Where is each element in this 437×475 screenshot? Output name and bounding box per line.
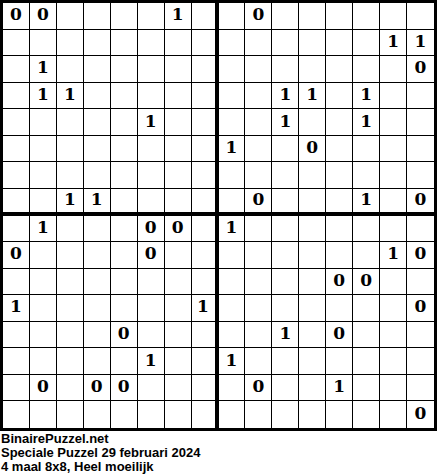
cell-r8c3: 1 bbox=[57, 189, 84, 216]
cell-r10c9[interactable] bbox=[219, 242, 246, 269]
cell-r6c11[interactable] bbox=[272, 136, 299, 163]
cell-r3c12[interactable] bbox=[299, 56, 326, 83]
cell-r13c6[interactable] bbox=[138, 322, 165, 349]
cell-r10c14[interactable] bbox=[353, 242, 380, 269]
cell-r10c11[interactable] bbox=[272, 242, 299, 269]
cell-r10c7[interactable] bbox=[165, 242, 192, 269]
cell-r3c3[interactable] bbox=[57, 56, 84, 83]
cell-r12c2[interactable] bbox=[30, 295, 57, 322]
cell-r10c8[interactable] bbox=[192, 242, 219, 269]
cell-r5c11: 1 bbox=[272, 109, 299, 136]
cell-r1c15[interactable] bbox=[380, 3, 407, 30]
cell-r7c16[interactable] bbox=[407, 162, 434, 189]
site-name: BinairePuzzel.net bbox=[1, 432, 437, 446]
cell-r14c16[interactable] bbox=[407, 348, 434, 375]
puzzle-page: 0010111011111111101101010010010001100101… bbox=[0, 0, 437, 475]
cell-r12c6[interactable] bbox=[138, 295, 165, 322]
cell-r13c15[interactable] bbox=[380, 322, 407, 349]
cell-r6c3[interactable] bbox=[57, 136, 84, 163]
cell-r2c1[interactable] bbox=[3, 30, 30, 57]
cell-r6c1[interactable] bbox=[3, 136, 30, 163]
cell-r12c4[interactable] bbox=[84, 295, 111, 322]
cell-r6c14[interactable] bbox=[353, 136, 380, 163]
cell-r7c13[interactable] bbox=[326, 162, 353, 189]
cell-r5c8[interactable] bbox=[192, 109, 219, 136]
cell-r6c8[interactable] bbox=[192, 136, 219, 163]
cell-r3c11[interactable] bbox=[272, 56, 299, 83]
footer: BinairePuzzel.net Speciale Puzzel 29 feb… bbox=[0, 431, 437, 474]
cell-r11c1[interactable] bbox=[3, 269, 30, 296]
cell-r7c8[interactable] bbox=[192, 162, 219, 189]
cell-r2c11[interactable] bbox=[272, 30, 299, 57]
cell-r12c3[interactable] bbox=[57, 295, 84, 322]
cell-r1c10: 0 bbox=[245, 3, 272, 30]
cell-r16c1[interactable] bbox=[3, 401, 30, 428]
cell-r8c5[interactable] bbox=[111, 189, 138, 216]
cell-r1c7: 1 bbox=[165, 3, 192, 30]
cell-r13c4[interactable] bbox=[84, 322, 111, 349]
cell-r5c13[interactable] bbox=[326, 109, 353, 136]
cell-r8c1[interactable] bbox=[3, 189, 30, 216]
cell-r7c7[interactable] bbox=[165, 162, 192, 189]
cell-r14c8[interactable] bbox=[192, 348, 219, 375]
cell-r15c3[interactable] bbox=[57, 375, 84, 402]
cell-r4c5[interactable] bbox=[111, 83, 138, 110]
cell-r15c6[interactable] bbox=[138, 375, 165, 402]
cell-r8c9[interactable] bbox=[219, 189, 246, 216]
cell-r4c6[interactable] bbox=[138, 83, 165, 110]
cell-r14c4[interactable] bbox=[84, 348, 111, 375]
cell-r2c12[interactable] bbox=[299, 30, 326, 57]
cell-r16c12[interactable] bbox=[299, 401, 326, 428]
cell-r11c13: 0 bbox=[326, 269, 353, 296]
cell-r6c7[interactable] bbox=[165, 136, 192, 163]
cell-r2c4[interactable] bbox=[84, 30, 111, 57]
cell-r1c3[interactable] bbox=[57, 3, 84, 30]
cell-r12c11[interactable] bbox=[272, 295, 299, 322]
cell-r14c11[interactable] bbox=[272, 348, 299, 375]
cell-r2c9[interactable] bbox=[219, 30, 246, 57]
cell-r9c15[interactable] bbox=[380, 216, 407, 243]
cell-r12c5[interactable] bbox=[111, 295, 138, 322]
cell-r9c16[interactable] bbox=[407, 216, 434, 243]
cell-r1c11[interactable] bbox=[272, 3, 299, 30]
cell-r12c12[interactable] bbox=[299, 295, 326, 322]
cell-r14c14[interactable] bbox=[353, 348, 380, 375]
cell-r8c14: 1 bbox=[353, 189, 380, 216]
cell-r15c14[interactable] bbox=[353, 375, 380, 402]
cell-r1c13[interactable] bbox=[326, 3, 353, 30]
cell-r16c5[interactable] bbox=[111, 401, 138, 428]
cell-r11c14: 0 bbox=[353, 269, 380, 296]
cell-r8c10: 0 bbox=[245, 189, 272, 216]
cell-r15c12[interactable] bbox=[299, 375, 326, 402]
cell-r2c5[interactable] bbox=[111, 30, 138, 57]
cell-r5c2[interactable] bbox=[30, 109, 57, 136]
cell-r8c2[interactable] bbox=[30, 189, 57, 216]
cell-r3c16: 0 bbox=[407, 56, 434, 83]
cell-r12c13[interactable] bbox=[326, 295, 353, 322]
cell-r10c12[interactable] bbox=[299, 242, 326, 269]
cell-r9c2: 1 bbox=[30, 216, 57, 243]
cell-r6c4[interactable] bbox=[84, 136, 111, 163]
cell-r10c13[interactable] bbox=[326, 242, 353, 269]
cell-r13c14[interactable] bbox=[353, 322, 380, 349]
cell-r5c3[interactable] bbox=[57, 109, 84, 136]
cell-r2c15: 1 bbox=[380, 30, 407, 57]
cell-r5c16[interactable] bbox=[407, 109, 434, 136]
cell-r9c10[interactable] bbox=[245, 216, 272, 243]
cell-r1c1: 0 bbox=[3, 3, 30, 30]
cell-r5c10[interactable] bbox=[245, 109, 272, 136]
cell-r10c3[interactable] bbox=[57, 242, 84, 269]
cell-r9c8[interactable] bbox=[192, 216, 219, 243]
cell-r14c1[interactable] bbox=[3, 348, 30, 375]
cell-r15c9[interactable] bbox=[219, 375, 246, 402]
cell-r16c9[interactable] bbox=[219, 401, 246, 428]
cell-r13c8[interactable] bbox=[192, 322, 219, 349]
cell-r8c16: 0 bbox=[407, 189, 434, 216]
cell-r14c12[interactable] bbox=[299, 348, 326, 375]
cell-r3c8[interactable] bbox=[192, 56, 219, 83]
cell-r13c1[interactable] bbox=[3, 322, 30, 349]
cell-r11c11[interactable] bbox=[272, 269, 299, 296]
cell-r13c3[interactable] bbox=[57, 322, 84, 349]
cell-r11c6[interactable] bbox=[138, 269, 165, 296]
cell-r15c10: 0 bbox=[245, 375, 272, 402]
cell-r7c11[interactable] bbox=[272, 162, 299, 189]
cell-r3c2: 1 bbox=[30, 56, 57, 83]
cell-r11c16[interactable] bbox=[407, 269, 434, 296]
cell-r12c10[interactable] bbox=[245, 295, 272, 322]
cell-r10c1: 0 bbox=[3, 242, 30, 269]
cell-r7c4[interactable] bbox=[84, 162, 111, 189]
cell-r7c2[interactable] bbox=[30, 162, 57, 189]
cell-r7c5[interactable] bbox=[111, 162, 138, 189]
cell-r16c10[interactable] bbox=[245, 401, 272, 428]
cell-r1c5[interactable] bbox=[111, 3, 138, 30]
cell-r3c4[interactable] bbox=[84, 56, 111, 83]
cell-r12c1: 1 bbox=[3, 295, 30, 322]
cell-r16c16: 0 bbox=[407, 401, 434, 428]
cell-r4c13[interactable] bbox=[326, 83, 353, 110]
cell-r6c12: 0 bbox=[299, 136, 326, 163]
cell-r6c10[interactable] bbox=[245, 136, 272, 163]
cell-r4c16[interactable] bbox=[407, 83, 434, 110]
cell-r7c10[interactable] bbox=[245, 162, 272, 189]
cell-r3c13[interactable] bbox=[326, 56, 353, 83]
cell-r12c16: 0 bbox=[407, 295, 434, 322]
cell-r1c8[interactable] bbox=[192, 3, 219, 30]
cell-r2c3[interactable] bbox=[57, 30, 84, 57]
cell-r3c10[interactable] bbox=[245, 56, 272, 83]
cell-r8c8[interactable] bbox=[192, 189, 219, 216]
cell-r1c14[interactable] bbox=[353, 3, 380, 30]
cell-r10c16: 0 bbox=[407, 242, 434, 269]
cell-r5c14: 1 bbox=[353, 109, 380, 136]
cell-r9c11[interactable] bbox=[272, 216, 299, 243]
cell-r1c4[interactable] bbox=[84, 3, 111, 30]
cell-r9c14[interactable] bbox=[353, 216, 380, 243]
cell-r5c4[interactable] bbox=[84, 109, 111, 136]
cell-r4c14: 1 bbox=[353, 83, 380, 110]
cell-r15c8[interactable] bbox=[192, 375, 219, 402]
cell-r6c16[interactable] bbox=[407, 136, 434, 163]
cell-r8c13[interactable] bbox=[326, 189, 353, 216]
puzzle-board: 0010111011111111101101010010010001100101… bbox=[0, 0, 437, 431]
cell-r4c7[interactable] bbox=[165, 83, 192, 110]
cell-r3c14[interactable] bbox=[353, 56, 380, 83]
cell-r13c11: 1 bbox=[272, 322, 299, 349]
cell-r1c2: 0 bbox=[30, 3, 57, 30]
cell-r12c9[interactable] bbox=[219, 295, 246, 322]
cell-r6c13[interactable] bbox=[326, 136, 353, 163]
cell-r13c2[interactable] bbox=[30, 322, 57, 349]
cell-r12c15[interactable] bbox=[380, 295, 407, 322]
cell-r7c3[interactable] bbox=[57, 162, 84, 189]
puzzle-difficulty: 4 maal 8x8, Heel moeilijk bbox=[1, 460, 437, 474]
cell-r13c7[interactable] bbox=[165, 322, 192, 349]
cell-r15c5: 0 bbox=[111, 375, 138, 402]
cell-r6c9: 1 bbox=[219, 136, 246, 163]
cell-r3c6[interactable] bbox=[138, 56, 165, 83]
cell-r11c12[interactable] bbox=[299, 269, 326, 296]
cell-r13c10[interactable] bbox=[245, 322, 272, 349]
cell-r7c15[interactable] bbox=[380, 162, 407, 189]
cell-r8c15[interactable] bbox=[380, 189, 407, 216]
cell-r16c2[interactable] bbox=[30, 401, 57, 428]
cell-r2c7[interactable] bbox=[165, 30, 192, 57]
cell-r5c5[interactable] bbox=[111, 109, 138, 136]
cell-r14c2[interactable] bbox=[30, 348, 57, 375]
cell-r15c15[interactable] bbox=[380, 375, 407, 402]
cell-r7c9[interactable] bbox=[219, 162, 246, 189]
cell-r16c7[interactable] bbox=[165, 401, 192, 428]
cell-r8c7[interactable] bbox=[165, 189, 192, 216]
cell-r14c5[interactable] bbox=[111, 348, 138, 375]
puzzle-title: Speciale Puzzel 29 februari 2024 bbox=[1, 446, 437, 460]
cell-r16c3[interactable] bbox=[57, 401, 84, 428]
cell-r14c3[interactable] bbox=[57, 348, 84, 375]
cell-r4c10[interactable] bbox=[245, 83, 272, 110]
cell-r15c16[interactable] bbox=[407, 375, 434, 402]
cell-r11c4[interactable] bbox=[84, 269, 111, 296]
cell-r2c13[interactable] bbox=[326, 30, 353, 57]
cell-r4c15[interactable] bbox=[380, 83, 407, 110]
cell-r10c15: 1 bbox=[380, 242, 407, 269]
cell-r4c11: 1 bbox=[272, 83, 299, 110]
cell-r5c6: 1 bbox=[138, 109, 165, 136]
cell-r14c6: 1 bbox=[138, 348, 165, 375]
cell-r1c16[interactable] bbox=[407, 3, 434, 30]
cell-r16c14[interactable] bbox=[353, 401, 380, 428]
cell-r11c7[interactable] bbox=[165, 269, 192, 296]
cell-r16c4[interactable] bbox=[84, 401, 111, 428]
cell-r14c15[interactable] bbox=[380, 348, 407, 375]
cell-r7c12[interactable] bbox=[299, 162, 326, 189]
cell-r13c9[interactable] bbox=[219, 322, 246, 349]
cell-r9c5[interactable] bbox=[111, 216, 138, 243]
cell-r9c3[interactable] bbox=[57, 216, 84, 243]
cell-r13c5: 0 bbox=[111, 322, 138, 349]
cell-r2c8[interactable] bbox=[192, 30, 219, 57]
cell-r1c6[interactable] bbox=[138, 3, 165, 30]
cell-r3c5[interactable] bbox=[111, 56, 138, 83]
cell-r7c14[interactable] bbox=[353, 162, 380, 189]
cell-r10c4[interactable] bbox=[84, 242, 111, 269]
cell-r8c11[interactable] bbox=[272, 189, 299, 216]
cell-r11c5[interactable] bbox=[111, 269, 138, 296]
cell-r9c7: 0 bbox=[165, 216, 192, 243]
cell-r3c1[interactable] bbox=[3, 56, 30, 83]
cell-r10c10[interactable] bbox=[245, 242, 272, 269]
cell-r4c4[interactable] bbox=[84, 83, 111, 110]
cell-r16c15[interactable] bbox=[380, 401, 407, 428]
cell-r4c8[interactable] bbox=[192, 83, 219, 110]
cell-r4c1[interactable] bbox=[3, 83, 30, 110]
cell-r7c6[interactable] bbox=[138, 162, 165, 189]
cell-r15c1[interactable] bbox=[3, 375, 30, 402]
cell-r14c9: 1 bbox=[219, 348, 246, 375]
cell-r2c6[interactable] bbox=[138, 30, 165, 57]
cell-r16c13[interactable] bbox=[326, 401, 353, 428]
cell-r14c10[interactable] bbox=[245, 348, 272, 375]
cell-r9c12[interactable] bbox=[299, 216, 326, 243]
cell-r1c9[interactable] bbox=[219, 3, 246, 30]
cell-r4c3: 1 bbox=[57, 83, 84, 110]
cell-r6c2[interactable] bbox=[30, 136, 57, 163]
cell-r6c6[interactable] bbox=[138, 136, 165, 163]
cell-r2c10[interactable] bbox=[245, 30, 272, 57]
cell-r16c6[interactable] bbox=[138, 401, 165, 428]
cell-r12c8: 1 bbox=[192, 295, 219, 322]
cell-r11c8[interactable] bbox=[192, 269, 219, 296]
cell-r9c1[interactable] bbox=[3, 216, 30, 243]
cell-r7c1[interactable] bbox=[3, 162, 30, 189]
cell-r5c12[interactable] bbox=[299, 109, 326, 136]
cell-r1c12[interactable] bbox=[299, 3, 326, 30]
cell-r16c11[interactable] bbox=[272, 401, 299, 428]
cell-r15c13: 1 bbox=[326, 375, 353, 402]
cell-r14c13[interactable] bbox=[326, 348, 353, 375]
cell-r3c7[interactable] bbox=[165, 56, 192, 83]
cell-r16c8[interactable] bbox=[192, 401, 219, 428]
cell-r11c10[interactable] bbox=[245, 269, 272, 296]
cell-r4c2: 1 bbox=[30, 83, 57, 110]
cell-r2c14[interactable] bbox=[353, 30, 380, 57]
cell-r5c1[interactable] bbox=[3, 109, 30, 136]
cell-r4c12: 1 bbox=[299, 83, 326, 110]
cell-r15c2: 0 bbox=[30, 375, 57, 402]
cell-r12c7[interactable] bbox=[165, 295, 192, 322]
cell-r13c13: 0 bbox=[326, 322, 353, 349]
cell-r6c5[interactable] bbox=[111, 136, 138, 163]
cell-r10c5[interactable] bbox=[111, 242, 138, 269]
cell-r15c7[interactable] bbox=[165, 375, 192, 402]
cell-r15c4: 0 bbox=[84, 375, 111, 402]
cell-r9c13[interactable] bbox=[326, 216, 353, 243]
cell-r2c16: 1 bbox=[407, 30, 434, 57]
cell-r2c2[interactable] bbox=[30, 30, 57, 57]
cell-r10c2[interactable] bbox=[30, 242, 57, 269]
cell-r3c9[interactable] bbox=[219, 56, 246, 83]
cell-r13c16[interactable] bbox=[407, 322, 434, 349]
cell-r8c12[interactable] bbox=[299, 189, 326, 216]
cell-r8c6[interactable] bbox=[138, 189, 165, 216]
cell-r11c9[interactable] bbox=[219, 269, 246, 296]
cell-r10c6: 0 bbox=[138, 242, 165, 269]
cell-r5c15[interactable] bbox=[380, 109, 407, 136]
cell-r11c15[interactable] bbox=[380, 269, 407, 296]
cell-r11c3[interactable] bbox=[57, 269, 84, 296]
cell-r12c14[interactable] bbox=[353, 295, 380, 322]
cell-r9c9: 1 bbox=[219, 216, 246, 243]
cell-r8c4: 1 bbox=[84, 189, 111, 216]
cell-r5c9[interactable] bbox=[219, 109, 246, 136]
cell-r9c4[interactable] bbox=[84, 216, 111, 243]
cell-r15c11[interactable] bbox=[272, 375, 299, 402]
cell-r11c2[interactable] bbox=[30, 269, 57, 296]
cell-r13c12[interactable] bbox=[299, 322, 326, 349]
cell-r5c7[interactable] bbox=[165, 109, 192, 136]
cell-r4c9[interactable] bbox=[219, 83, 246, 110]
cell-r9c6: 0 bbox=[138, 216, 165, 243]
cell-r3c15[interactable] bbox=[380, 56, 407, 83]
cell-r14c7[interactable] bbox=[165, 348, 192, 375]
cell-r6c15[interactable] bbox=[380, 136, 407, 163]
